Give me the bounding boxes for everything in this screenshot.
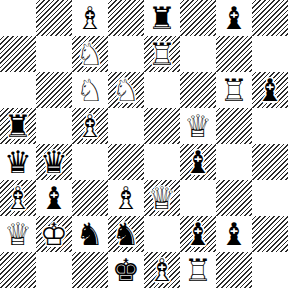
white-bishop-icon: ♝♗ [0, 180, 36, 216]
square-b7[interactable] [36, 36, 72, 72]
square-c5[interactable]: ♝♗ [72, 108, 108, 144]
square-d1[interactable]: ♚♚ [108, 252, 144, 288]
square-g1[interactable] [216, 252, 252, 288]
square-f3[interactable] [180, 180, 216, 216]
square-b3[interactable]: ♝♝ [36, 180, 72, 216]
square-d7[interactable] [108, 36, 144, 72]
square-f2[interactable]: ♝♝ [180, 216, 216, 252]
white-queen-icon: ♛♕ [180, 108, 216, 144]
square-c1[interactable] [72, 252, 108, 288]
square-a8[interactable] [0, 0, 36, 36]
square-g5[interactable] [216, 108, 252, 144]
white-queen-icon: ♛♕ [0, 216, 36, 252]
square-d3[interactable]: ♝♗ [108, 180, 144, 216]
black-rook-icon: ♜♜ [0, 108, 36, 144]
black-bishop-icon: ♝♝ [180, 144, 216, 180]
square-c6[interactable]: ♞♘ [72, 72, 108, 108]
square-a1[interactable] [0, 252, 36, 288]
white-bishop-icon: ♝♗ [108, 180, 144, 216]
square-b5[interactable] [36, 108, 72, 144]
black-bishop-icon: ♝♝ [180, 216, 216, 252]
square-f5[interactable]: ♛♕ [180, 108, 216, 144]
square-b8[interactable] [36, 0, 72, 36]
square-g3[interactable] [216, 180, 252, 216]
square-f6[interactable] [180, 72, 216, 108]
square-d5[interactable] [108, 108, 144, 144]
square-e8[interactable]: ♜♜ [144, 0, 180, 36]
square-e7[interactable]: ♜♖ [144, 36, 180, 72]
square-d6[interactable]: ♞♘ [108, 72, 144, 108]
square-f8[interactable] [180, 0, 216, 36]
black-knight-icon: ♞♞ [108, 216, 144, 252]
white-king-icon: ♚♔ [36, 216, 72, 252]
square-h3[interactable] [252, 180, 288, 216]
white-bishop-icon: ♝♗ [72, 0, 108, 36]
square-e4[interactable] [144, 144, 180, 180]
square-e5[interactable] [144, 108, 180, 144]
black-knight-icon: ♞♞ [72, 216, 108, 252]
square-c3[interactable] [72, 180, 108, 216]
square-b1[interactable] [36, 252, 72, 288]
square-g8[interactable]: ♝♝ [216, 0, 252, 36]
square-d4[interactable] [108, 144, 144, 180]
black-queen-icon: ♛♛ [0, 144, 36, 180]
white-knight-icon: ♞♘ [72, 72, 108, 108]
square-h6[interactable]: ♝♝ [252, 72, 288, 108]
black-king-icon: ♚♚ [108, 252, 144, 288]
square-g7[interactable] [216, 36, 252, 72]
square-f4[interactable]: ♝♝ [180, 144, 216, 180]
square-f7[interactable] [180, 36, 216, 72]
square-a2[interactable]: ♛♕ [0, 216, 36, 252]
white-rook-icon: ♜♖ [144, 36, 180, 72]
black-bishop-icon: ♝♝ [216, 216, 252, 252]
square-a6[interactable] [0, 72, 36, 108]
square-h4[interactable] [252, 144, 288, 180]
black-bishop-icon: ♝♝ [216, 0, 252, 36]
black-bishop-icon: ♝♝ [252, 72, 288, 108]
square-b6[interactable] [36, 72, 72, 108]
square-b4[interactable]: ♛♛ [36, 144, 72, 180]
white-queen-icon: ♛♕ [144, 180, 180, 216]
square-f1[interactable]: ♜♖ [180, 252, 216, 288]
square-a3[interactable]: ♝♗ [0, 180, 36, 216]
square-h5[interactable] [252, 108, 288, 144]
black-rook-icon: ♜♜ [144, 0, 180, 36]
square-h7[interactable] [252, 36, 288, 72]
white-knight-icon: ♞♘ [108, 72, 144, 108]
square-d2[interactable]: ♞♞ [108, 216, 144, 252]
square-h2[interactable] [252, 216, 288, 252]
square-c7[interactable]: ♞♘ [72, 36, 108, 72]
white-rook-icon: ♜♖ [216, 72, 252, 108]
square-e2[interactable] [144, 216, 180, 252]
square-e6[interactable] [144, 72, 180, 108]
square-h1[interactable] [252, 252, 288, 288]
white-bishop-icon: ♝♗ [144, 252, 180, 288]
square-d8[interactable] [108, 0, 144, 36]
square-e1[interactable]: ♝♗ [144, 252, 180, 288]
square-a4[interactable]: ♛♛ [0, 144, 36, 180]
square-h8[interactable] [252, 0, 288, 36]
white-bishop-icon: ♝♗ [72, 108, 108, 144]
square-c2[interactable]: ♞♞ [72, 216, 108, 252]
chess-board: ♝♗♜♜♝♝♞♘♜♖♞♘♞♘♜♖♝♝♜♜♝♗♛♕♛♛♛♛♝♝♝♗♝♝♝♗♛♕♛♕… [0, 0, 288, 288]
square-b2[interactable]: ♚♔ [36, 216, 72, 252]
white-knight-icon: ♞♘ [72, 36, 108, 72]
white-rook-icon: ♜♖ [180, 252, 216, 288]
square-e3[interactable]: ♛♕ [144, 180, 180, 216]
square-c4[interactable] [72, 144, 108, 180]
square-c8[interactable]: ♝♗ [72, 0, 108, 36]
square-g4[interactable] [216, 144, 252, 180]
square-g2[interactable]: ♝♝ [216, 216, 252, 252]
square-g6[interactable]: ♜♖ [216, 72, 252, 108]
black-bishop-icon: ♝♝ [36, 180, 72, 216]
square-a7[interactable] [0, 36, 36, 72]
black-queen-icon: ♛♛ [36, 144, 72, 180]
square-a5[interactable]: ♜♜ [0, 108, 36, 144]
